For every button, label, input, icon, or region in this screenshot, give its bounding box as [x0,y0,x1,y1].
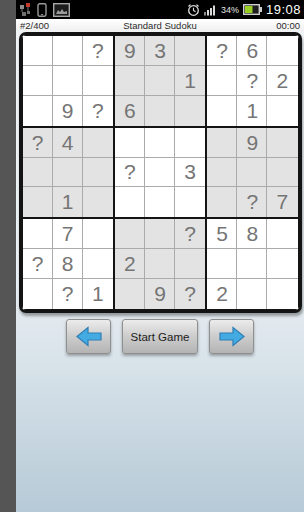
cell-r3c2[interactable]: 9 [53,96,83,126]
cell-r8c4[interactable]: 2 [115,249,145,279]
cell-r2c6[interactable]: 1 [175,66,205,96]
controls-bar: Start Game [16,319,304,354]
sync-problem-icon [19,3,31,17]
cell-r8c5[interactable] [145,249,175,279]
cell-r2c5[interactable] [145,66,175,96]
cell-r1c5[interactable]: 3 [145,36,175,66]
cell-r7c5[interactable] [145,219,175,249]
box-1: ?9? [22,35,114,127]
box-9: 582 [206,218,298,310]
screenshot-icon [53,3,70,17]
cell-r9c6[interactable]: ? [175,279,205,309]
system-status-icons: 34% 19:08 [187,2,301,17]
signal-icon [204,4,217,16]
cell-r6c7[interactable] [207,187,237,217]
cell-r5c6[interactable]: 3 [175,158,205,188]
cell-r3c9[interactable] [267,96,297,126]
cell-r2c8[interactable]: ? [237,66,267,96]
cell-r5c8[interactable] [237,158,267,188]
alarm-icon [187,3,200,17]
box-7: 7?8?1 [22,218,114,310]
cell-r4c4[interactable] [115,128,145,158]
cell-r4c1[interactable]: ? [23,128,53,158]
cell-r1c6[interactable] [175,36,205,66]
cell-r4c8[interactable]: 9 [237,128,267,158]
cell-r7c3[interactable] [83,219,113,249]
cell-r2c4[interactable] [115,66,145,96]
right-arrow-icon [218,326,246,347]
battery-percent: 34% [221,5,239,15]
box-5: ?3 [114,127,206,219]
cell-r1c2[interactable] [53,36,83,66]
box-2: 9316 [114,35,206,127]
cell-r1c3[interactable]: ? [83,36,113,66]
start-game-label: Start Game [131,331,190,343]
cell-r1c8[interactable]: 6 [237,36,267,66]
cell-r7c4[interactable] [115,219,145,249]
clock-time: 19:08 [266,2,301,17]
cell-r1c4[interactable]: 9 [115,36,145,66]
box-6: 9?7 [206,127,298,219]
cell-r3c8[interactable]: 1 [237,96,267,126]
cell-r5c3[interactable] [83,158,113,188]
next-puzzle-button[interactable] [209,319,254,354]
cell-r3c5[interactable] [145,96,175,126]
cell-r8c9[interactable] [267,249,297,279]
cell-r9c4[interactable] [115,279,145,309]
cell-r3c3[interactable]: ? [83,96,113,126]
cell-r4c2[interactable]: 4 [53,128,83,158]
cell-r6c1[interactable] [23,187,53,217]
cell-r4c3[interactable] [83,128,113,158]
cell-r5c5[interactable] [145,158,175,188]
cell-r5c7[interactable] [207,158,237,188]
cell-r3c1[interactable] [23,96,53,126]
cell-r9c7[interactable]: 2 [207,279,237,309]
previous-puzzle-button[interactable] [66,319,111,354]
box-3: ?6?21 [206,35,298,127]
cell-r5c9[interactable] [267,158,297,188]
cell-r9c5[interactable]: 9 [145,279,175,309]
cell-r6c9[interactable]: 7 [267,187,297,217]
cell-r8c7[interactable] [207,249,237,279]
cell-r7c1[interactable] [23,219,53,249]
cell-r1c1[interactable] [23,36,53,66]
battery-icon [243,4,262,15]
cell-r5c2[interactable] [53,158,83,188]
cell-r6c4[interactable] [115,187,145,217]
cell-r4c6[interactable] [175,128,205,158]
cell-r2c2[interactable] [53,66,83,96]
cell-r4c7[interactable] [207,128,237,158]
cell-r8c8[interactable] [237,249,267,279]
cell-r8c6[interactable] [175,249,205,279]
cell-r8c3[interactable] [83,249,113,279]
app-header: #2/400 Standard Sudoku 00:00 [16,19,304,31]
cell-r2c3[interactable] [83,66,113,96]
notification-icons [19,3,70,17]
status-bar: 34% 19:08 [16,0,304,19]
box-4: ?41 [22,127,114,219]
cell-r8c1[interactable]: ? [23,249,53,279]
app-title: Standard Sudoku [16,20,304,31]
cell-r7c9[interactable] [267,219,297,249]
cell-r9c3[interactable]: 1 [83,279,113,309]
left-arrow-icon [75,326,103,347]
cell-r7c7[interactable]: 5 [207,219,237,249]
cell-r6c6[interactable] [175,187,205,217]
cell-r8c2[interactable]: 8 [53,249,83,279]
cell-r6c8[interactable]: ? [237,187,267,217]
cell-r2c9[interactable]: 2 [267,66,297,96]
cell-r6c2[interactable]: 1 [53,187,83,217]
cell-r5c1[interactable] [23,158,53,188]
cell-r3c4[interactable]: 6 [115,96,145,126]
cell-r4c5[interactable] [145,128,175,158]
cell-r9c8[interactable] [237,279,267,309]
cell-r1c9[interactable] [267,36,297,66]
start-game-button[interactable]: Start Game [122,319,198,354]
phone-icon [37,3,47,17]
cell-r9c2[interactable]: ? [53,279,83,309]
cell-r6c5[interactable] [145,187,175,217]
cell-r4c9[interactable] [267,128,297,158]
cell-r7c6[interactable]: ? [175,219,205,249]
cell-r6c3[interactable] [83,187,113,217]
cell-r7c8[interactable]: 8 [237,219,267,249]
cell-r5c4[interactable]: ? [115,158,145,188]
cell-r3c7[interactable] [207,96,237,126]
cell-r7c2[interactable]: 7 [53,219,83,249]
cell-r9c1[interactable] [23,279,53,309]
cell-r1c7[interactable]: ? [207,36,237,66]
cell-r2c7[interactable] [207,66,237,96]
cell-r9c9[interactable] [267,279,297,309]
box-8: ?29? [114,218,206,310]
app-screen: 34% 19:08 #2/400 Standard Sudoku 00:00 ?… [16,0,304,512]
sudoku-board: ?9?9316?6?21?41?39?77?8?1?29?582 [19,32,302,313]
cell-r3c6[interactable] [175,96,205,126]
cell-r2c1[interactable] [23,66,53,96]
